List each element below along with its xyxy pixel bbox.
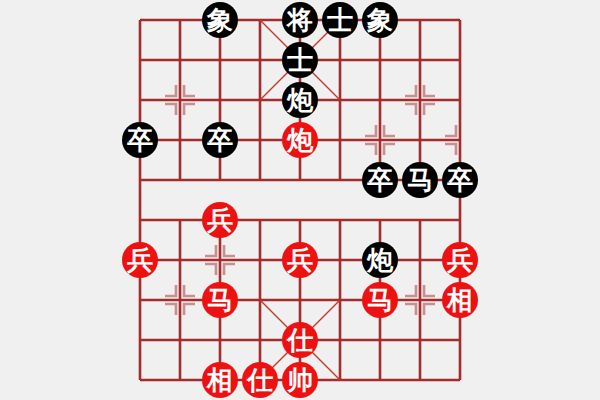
- piece-red-advisor[interactable]: 仕: [242, 362, 278, 398]
- piece-black-advisor[interactable]: 士: [282, 42, 318, 78]
- piece-black-elephant[interactable]: 象: [362, 2, 398, 38]
- piece-red-advisor[interactable]: 仕: [282, 322, 318, 358]
- piece-red-pawn[interactable]: 兵: [442, 242, 478, 278]
- piece-black-elephant[interactable]: 象: [202, 2, 238, 38]
- piece-black-cannon[interactable]: 炮: [362, 242, 398, 278]
- piece-red-pawn[interactable]: 兵: [122, 242, 158, 278]
- piece-black-king[interactable]: 将: [282, 2, 318, 38]
- piece-red-elephant[interactable]: 相: [202, 362, 238, 398]
- piece-red-pawn[interactable]: 兵: [202, 202, 238, 238]
- piece-red-horse[interactable]: 马: [362, 282, 398, 318]
- piece-black-pawn[interactable]: 卒: [122, 122, 158, 158]
- xiangqi-screenshot: 象将士象士炮卒卒炮卒马卒兵兵兵炮兵马马相仕相仕帅: [0, 0, 600, 400]
- piece-red-elephant[interactable]: 相: [442, 282, 478, 318]
- piece-black-pawn[interactable]: 卒: [442, 162, 478, 198]
- piece-black-cannon[interactable]: 炮: [282, 82, 318, 118]
- piece-black-advisor[interactable]: 士: [322, 2, 358, 38]
- piece-black-pawn[interactable]: 卒: [202, 122, 238, 158]
- piece-black-pawn[interactable]: 卒: [362, 162, 398, 198]
- xiangqi-board: 象将士象士炮卒卒炮卒马卒兵兵兵炮兵马马相仕相仕帅: [120, 0, 480, 400]
- piece-red-king[interactable]: 帅: [282, 362, 318, 398]
- piece-black-horse[interactable]: 马: [402, 162, 438, 198]
- piece-red-horse[interactable]: 马: [202, 282, 238, 318]
- piece-red-pawn[interactable]: 兵: [282, 242, 318, 278]
- piece-red-cannon[interactable]: 炮: [282, 122, 318, 158]
